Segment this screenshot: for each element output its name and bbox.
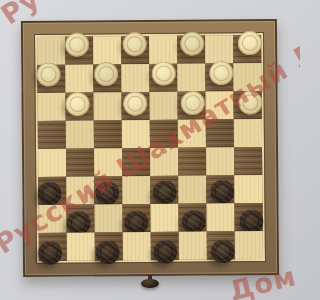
- piece-dark[interactable]: [153, 240, 177, 264]
- square-a8[interactable]: [37, 37, 65, 65]
- square-f1[interactable]: [179, 232, 207, 260]
- piece-light[interactable]: [123, 32, 147, 56]
- piece-light[interactable]: [152, 61, 176, 85]
- square-b8[interactable]: [65, 36, 93, 64]
- piece-dark[interactable]: [239, 209, 263, 233]
- square-b4[interactable]: [66, 148, 94, 176]
- square-b3[interactable]: [66, 176, 94, 204]
- board-inlay-border: [35, 33, 265, 263]
- square-c4[interactable]: [94, 148, 122, 176]
- drawer-knob[interactable]: [141, 275, 159, 289]
- square-a1[interactable]: [39, 233, 67, 261]
- square-f6[interactable]: [178, 92, 206, 120]
- piece-light[interactable]: [238, 91, 262, 115]
- piece-light[interactable]: [180, 32, 204, 56]
- square-b5[interactable]: [66, 120, 94, 148]
- board-grid: [37, 35, 263, 261]
- square-b2[interactable]: [66, 204, 94, 232]
- square-a5[interactable]: [38, 121, 66, 149]
- square-a4[interactable]: [38, 149, 66, 177]
- square-d7[interactable]: [121, 64, 149, 92]
- piece-dark[interactable]: [37, 181, 61, 205]
- square-e8[interactable]: [149, 36, 177, 64]
- square-d2[interactable]: [122, 204, 150, 232]
- piece-light[interactable]: [209, 61, 233, 85]
- square-d3[interactable]: [122, 176, 150, 204]
- square-g7[interactable]: [205, 63, 233, 91]
- square-h2[interactable]: [234, 203, 262, 231]
- piece-light[interactable]: [65, 33, 89, 57]
- square-a7[interactable]: [37, 65, 65, 93]
- square-e6[interactable]: [150, 92, 178, 120]
- checkers-board: [21, 19, 279, 277]
- square-b7[interactable]: [65, 64, 93, 92]
- square-g1[interactable]: [207, 231, 235, 259]
- piece-dark[interactable]: [38, 241, 62, 265]
- piece-light[interactable]: [123, 92, 147, 116]
- piece-dark[interactable]: [153, 180, 177, 204]
- square-h8[interactable]: [233, 35, 261, 63]
- piece-dark[interactable]: [210, 180, 234, 204]
- square-a3[interactable]: [38, 177, 66, 205]
- square-c3[interactable]: [94, 176, 122, 204]
- piece-light[interactable]: [66, 92, 90, 116]
- piece-light[interactable]: [94, 62, 118, 86]
- square-e3[interactable]: [150, 176, 178, 204]
- square-d1[interactable]: [123, 232, 151, 260]
- square-g5[interactable]: [206, 119, 234, 147]
- piece-light[interactable]: [36, 62, 60, 86]
- square-f5[interactable]: [178, 120, 206, 148]
- square-h4[interactable]: [234, 147, 262, 175]
- square-h3[interactable]: [234, 175, 262, 203]
- square-g4[interactable]: [206, 147, 234, 175]
- square-c8[interactable]: [93, 36, 121, 64]
- piece-light[interactable]: [181, 91, 205, 115]
- square-c7[interactable]: [93, 64, 121, 92]
- square-g2[interactable]: [206, 203, 234, 231]
- piece-dark[interactable]: [182, 210, 206, 234]
- square-f4[interactable]: [178, 148, 206, 176]
- piece-dark[interactable]: [96, 240, 120, 264]
- square-h6[interactable]: [234, 91, 262, 119]
- square-h7[interactable]: [233, 63, 261, 91]
- square-f3[interactable]: [178, 176, 206, 204]
- square-h5[interactable]: [234, 119, 262, 147]
- square-e7[interactable]: [149, 64, 177, 92]
- square-a6[interactable]: [38, 93, 66, 121]
- square-f2[interactable]: [178, 204, 206, 232]
- square-g8[interactable]: [205, 35, 233, 63]
- square-b6[interactable]: [66, 92, 94, 120]
- square-d8[interactable]: [121, 36, 149, 64]
- square-c5[interactable]: [94, 120, 122, 148]
- square-a2[interactable]: [38, 205, 66, 233]
- drawer-knob-cap: [141, 279, 159, 288]
- piece-dark[interactable]: [124, 210, 148, 234]
- square-g3[interactable]: [206, 175, 234, 203]
- square-e1[interactable]: [151, 232, 179, 260]
- square-d4[interactable]: [122, 148, 150, 176]
- square-c1[interactable]: [95, 232, 123, 260]
- piece-dark[interactable]: [95, 181, 119, 205]
- square-c2[interactable]: [94, 204, 122, 232]
- piece-dark[interactable]: [211, 239, 235, 263]
- square-h1[interactable]: [235, 231, 263, 259]
- square-e4[interactable]: [150, 148, 178, 176]
- square-d6[interactable]: [122, 92, 150, 120]
- square-b1[interactable]: [67, 232, 95, 260]
- square-e2[interactable]: [150, 204, 178, 232]
- square-c6[interactable]: [94, 92, 122, 120]
- square-e5[interactable]: [150, 120, 178, 148]
- square-g6[interactable]: [206, 91, 234, 119]
- square-f7[interactable]: [177, 64, 205, 92]
- piece-light[interactable]: [238, 31, 262, 55]
- square-d5[interactable]: [122, 120, 150, 148]
- piece-dark[interactable]: [67, 211, 91, 235]
- square-f8[interactable]: [177, 36, 205, 64]
